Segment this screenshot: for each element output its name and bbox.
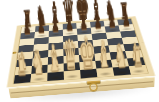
latch-ring bbox=[89, 83, 98, 92]
square-h1[interactable]: ♜ bbox=[129, 65, 148, 74]
dark-pawn[interactable]: ♟ bbox=[113, 7, 139, 30]
light-rook[interactable]: ♜ bbox=[122, 43, 153, 73]
chess-board: ♜♞♝♛♚♝♞♜♟♟♟♟♟♟♟♟♟♟♟♟♟♟♟♟♜♞♝♛♚♝♞♜ bbox=[6, 16, 156, 88]
board-grid: ♜♞♝♛♚♝♞♜♟♟♟♟♟♟♟♟♟♟♟♟♟♟♟♟♜♞♝♛♚♝♞♜ bbox=[14, 19, 148, 84]
chess-set-photo: ♜♞♝♛♚♝♞♜♟♟♟♟♟♟♟♟♟♟♟♟♟♟♟♟♜♞♝♛♚♝♞♜ bbox=[0, 0, 159, 102]
scene-tilt: ♜♞♝♛♚♝♞♜♟♟♟♟♟♟♟♟♟♟♟♟♟♟♟♟♜♞♝♛♚♝♞♜ bbox=[0, 0, 159, 102]
